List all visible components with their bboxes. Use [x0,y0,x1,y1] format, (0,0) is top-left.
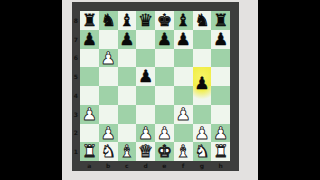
square-c3[interactable] [118,105,137,124]
piece-black-pawn: ♟ [157,30,172,49]
file-label-f: f [174,161,193,171]
piece-white-knight: ♞ [194,142,209,161]
square-e2[interactable]: ♟ [155,124,174,143]
square-a3[interactable]: ♟ [80,105,99,124]
piece-white-rook: ♜ [82,142,97,161]
square-a5[interactable] [80,67,99,86]
square-f7[interactable]: ♟ [174,30,193,49]
rank-label-6: 6 [72,49,81,68]
square-b6[interactable]: ♟ [99,49,118,68]
file-label-g: g [193,161,212,171]
piece-black-bishop: ♝ [119,11,134,30]
piece-black-knight: ♞ [101,11,116,30]
square-e4[interactable] [155,86,174,105]
piece-black-king: ♚ [157,11,172,30]
square-b8[interactable]: ♞ [99,11,118,30]
rank-label-5: 5 [72,67,81,86]
piece-black-queen: ♛ [138,11,153,30]
rank-label-3: 3 [72,105,81,124]
piece-black-rook: ♜ [213,11,228,30]
piece-black-pawn: ♟ [119,30,134,49]
piece-black-pawn: ♟ [213,30,228,49]
square-c7[interactable]: ♟ [118,30,137,49]
piece-white-pawn: ♟ [82,105,97,124]
square-b7[interactable] [99,30,118,49]
piece-white-bishop: ♝ [176,142,191,161]
rank-label-1: 1 [72,142,81,161]
square-c4[interactable] [118,86,137,105]
square-h2[interactable]: ♟ [211,124,230,143]
square-f4[interactable] [174,86,193,105]
square-a6[interactable] [80,49,99,68]
square-b1[interactable]: ♞ [99,142,118,161]
file-label-e: e [155,161,174,171]
square-d4[interactable] [136,86,155,105]
square-e1[interactable]: ♚ [155,142,174,161]
square-d2[interactable]: ♟ [136,124,155,143]
square-h5[interactable] [211,67,230,86]
square-b5[interactable] [99,67,118,86]
square-c8[interactable]: ♝ [118,11,137,30]
square-b2[interactable]: ♟ [99,124,118,143]
file-label-d: d [136,161,155,171]
square-h4[interactable] [211,86,230,105]
square-e8[interactable]: ♚ [155,11,174,30]
square-a4[interactable] [80,86,99,105]
piece-black-pawn: ♟ [194,74,209,93]
piece-white-pawn: ♟ [194,124,209,143]
letterbox-left [0,0,62,180]
square-g1[interactable]: ♞ [193,142,212,161]
square-d6[interactable] [136,49,155,68]
file-labels: abcdefgh [80,161,230,171]
square-e3[interactable] [155,105,174,124]
file-label-b: b [99,161,118,171]
square-g2[interactable]: ♟ [193,124,212,143]
square-e6[interactable] [155,49,174,68]
piece-black-knight: ♞ [194,11,209,30]
piece-white-knight: ♞ [101,142,116,161]
piece-white-pawn: ♟ [213,124,228,143]
rank-label-4: 4 [72,86,81,105]
square-h6[interactable] [211,49,230,68]
square-h8[interactable]: ♜ [211,11,230,30]
square-d1[interactable]: ♛ [136,142,155,161]
square-d8[interactable]: ♛ [136,11,155,30]
square-a7[interactable]: ♟ [80,30,99,49]
square-c6[interactable] [118,49,137,68]
square-b4[interactable] [99,86,118,105]
square-h1[interactable]: ♜ [211,142,230,161]
square-g7[interactable] [193,30,212,49]
piece-white-rook: ♜ [213,142,228,161]
letterbox-right [258,0,320,180]
square-f3[interactable]: ♟ [174,105,193,124]
piece-white-pawn: ♟ [157,124,172,143]
rank-label-7: 7 [72,30,81,49]
square-g3[interactable] [193,105,212,124]
piece-black-rook: ♜ [82,11,97,30]
square-d7[interactable] [136,30,155,49]
piece-white-pawn: ♟ [176,105,191,124]
piece-white-queen: ♛ [138,142,153,161]
square-a2[interactable] [80,124,99,143]
file-label-a: a [80,161,99,171]
piece-white-pawn: ♟ [101,49,116,68]
square-g8[interactable]: ♞ [193,11,212,30]
square-h3[interactable] [211,105,230,124]
piece-white-king: ♚ [157,142,172,161]
rank-label-8: 8 [72,11,81,30]
square-f2[interactable] [174,124,193,143]
square-d3[interactable] [136,105,155,124]
piece-black-pawn: ♟ [138,67,153,86]
square-e5[interactable] [155,67,174,86]
square-g5[interactable]: ♟ [193,67,212,86]
square-c1[interactable]: ♝ [118,142,137,161]
square-d5[interactable]: ♟ [136,67,155,86]
piece-white-pawn: ♟ [101,124,116,143]
file-label-c: c [118,161,137,171]
file-label-h: h [211,161,230,171]
rank-labels: 87654321 [72,11,81,161]
square-g6[interactable] [193,49,212,68]
square-b3[interactable] [99,105,118,124]
piece-black-bishop: ♝ [176,11,191,30]
square-f1[interactable]: ♝ [174,142,193,161]
piece-white-bishop: ♝ [119,142,134,161]
rank-label-2: 2 [72,124,81,143]
chess-board[interactable]: ♜♞♝♛♚♝♞♜♟♟♟♟♟♟♟♟♟♟♟♟♟♟♟♜♞♝♛♚♝♞♜ [80,11,230,161]
square-a1[interactable]: ♜ [80,142,99,161]
piece-black-pawn: ♟ [82,30,97,49]
square-c2[interactable] [118,124,137,143]
square-f8[interactable]: ♝ [174,11,193,30]
square-a8[interactable]: ♜ [80,11,99,30]
square-f6[interactable] [174,49,193,68]
piece-white-pawn: ♟ [138,124,153,143]
piece-black-pawn: ♟ [176,30,191,49]
square-e7[interactable]: ♟ [155,30,174,49]
video-area: 87654321 abcdefgh ♜♞♝♛♚♝♞♜♟♟♟♟♟♟♟♟♟♟♟♟♟♟… [62,0,258,180]
square-c5[interactable] [118,67,137,86]
square-f5[interactable] [174,67,193,86]
square-h7[interactable]: ♟ [211,30,230,49]
